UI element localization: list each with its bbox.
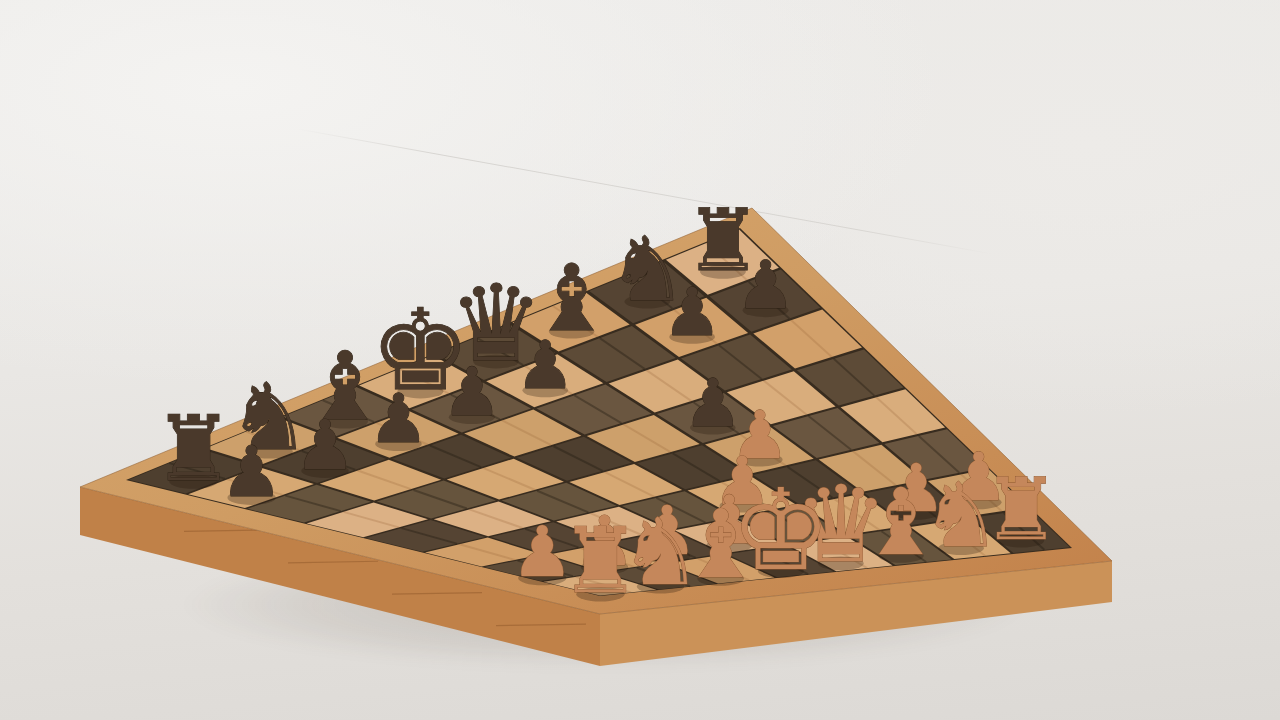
piece-black-p-g7: ♟ bbox=[294, 405, 356, 485]
piece-black-p-h7: ♟ bbox=[220, 431, 283, 513]
photo-scene: ♜♞♟♝♟♛♟♚♟♝♟♟♞♟♟♜♟♟♟♟♜♟♞♝♟♛♟♚♟♝♞♜ bbox=[0, 0, 1280, 720]
piece-white-r-h1: ♜ bbox=[560, 508, 641, 613]
piece-black-p-a7: ♟ bbox=[736, 246, 796, 324]
piece-black-p-e7: ♟ bbox=[442, 353, 502, 431]
chessboard: ♜♞♟♝♟♛♟♚♟♝♟♟♞♟♟♜♟♟♟♟♜♟♞♝♟♛♟♚♟♝♞♜ bbox=[0, 0, 1280, 720]
piece-black-p-b7: ♟ bbox=[662, 274, 721, 351]
piece-black-p-d7: ♟ bbox=[516, 326, 575, 404]
piece-black-p-f7: ♟ bbox=[368, 379, 429, 458]
